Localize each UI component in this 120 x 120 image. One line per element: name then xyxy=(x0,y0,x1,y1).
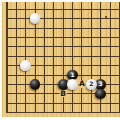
white-stone[interactable] xyxy=(30,13,41,24)
stone-number: 3 xyxy=(99,81,103,87)
page: 132AB xyxy=(0,0,120,120)
board-speck-dot xyxy=(105,16,107,18)
grid-line-horizontal xyxy=(6,9,120,10)
point-label-b[interactable]: B xyxy=(60,90,67,98)
grid-line-horizontal xyxy=(6,103,120,104)
point-label-a[interactable]: A xyxy=(79,80,86,88)
black-stone[interactable] xyxy=(30,79,41,90)
stone-number: 2 xyxy=(89,81,93,87)
stone-number: 1 xyxy=(70,72,74,78)
grid-line-horizontal xyxy=(6,75,120,76)
grid-line-horizontal xyxy=(6,56,120,57)
white-stone[interactable] xyxy=(67,79,78,90)
grid-line-horizontal xyxy=(6,37,120,38)
grid-line-horizontal xyxy=(6,18,120,19)
grid-line-horizontal xyxy=(6,46,120,47)
black-stone[interactable] xyxy=(95,89,106,100)
grid-line-horizontal xyxy=(6,28,120,29)
white-stone[interactable]: 2 xyxy=(86,79,97,90)
white-stone[interactable] xyxy=(20,60,31,71)
go-board[interactable]: 132AB xyxy=(2,2,120,117)
grid-line-horizontal xyxy=(6,112,120,114)
